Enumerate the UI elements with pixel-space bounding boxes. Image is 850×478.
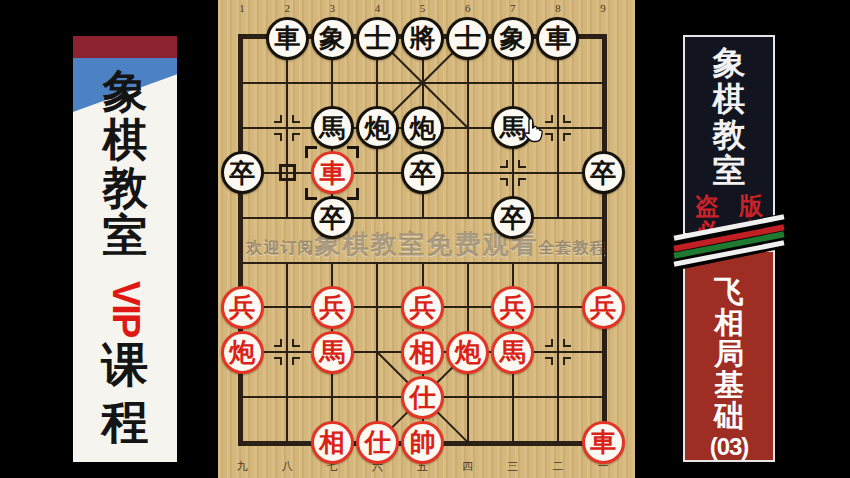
- point-marker: [292, 115, 300, 123]
- piece-black-卒[interactable]: 卒: [401, 151, 444, 194]
- piece-black-馬[interactable]: 馬: [311, 106, 354, 149]
- banner-char: 相: [685, 307, 773, 338]
- banner-char: 象: [685, 45, 773, 81]
- file-label-bottom: 四: [459, 459, 477, 474]
- file-label-top: 8: [549, 2, 567, 14]
- piece-red-仕[interactable]: 仕: [356, 421, 399, 464]
- grid-line: [557, 37, 559, 219]
- grid-line: [241, 37, 243, 443]
- point-marker: [563, 339, 571, 347]
- file-label-bottom: 二: [549, 459, 567, 474]
- banner-char: 棋: [685, 81, 773, 117]
- banner-char: 象: [73, 68, 177, 116]
- point-marker: [274, 339, 282, 347]
- point-marker: [563, 357, 571, 365]
- piece-red-馬[interactable]: 馬: [311, 331, 354, 374]
- piece-red-炮[interactable]: 炮: [446, 331, 489, 374]
- file-label-top: 6: [459, 2, 477, 14]
- banner-char: 飞: [685, 276, 773, 307]
- piece-red-兵[interactable]: 兵: [311, 286, 354, 329]
- file-label-top: 2: [278, 2, 296, 14]
- point-marker: [292, 357, 300, 365]
- grid-line: [467, 37, 469, 219]
- point-marker: [545, 133, 553, 141]
- piece-red-炮[interactable]: 炮: [221, 331, 264, 374]
- file-label-top: 4: [368, 2, 386, 14]
- piece-red-兵[interactable]: 兵: [401, 286, 444, 329]
- point-marker: [274, 133, 282, 141]
- banner-char: 盗: [685, 193, 729, 219]
- banner-char: 教: [73, 164, 177, 212]
- file-label-top: 9: [594, 2, 612, 14]
- point-marker: [563, 115, 571, 123]
- last-move-from-marker: [279, 164, 296, 181]
- piece-black-車[interactable]: 車: [266, 17, 309, 60]
- right-banner-top-panel: 象棋教室 盗版必究: [683, 35, 775, 235]
- point-marker: [500, 160, 508, 168]
- file-label-top: 7: [504, 2, 522, 14]
- grid-line: [286, 262, 288, 444]
- right-banner: 象棋教室 盗版必究 飞相局基础 (03): [683, 35, 775, 462]
- xiangqi-board[interactable]: 欢迎订阅象棋教室免费观看全套教程 123456789九八七六五四三二一車象士將士…: [218, 0, 635, 478]
- file-label-bottom: 三: [504, 459, 522, 474]
- piece-black-卒[interactable]: 卒: [221, 151, 264, 194]
- piece-red-兵[interactable]: 兵: [491, 286, 534, 329]
- piece-black-將[interactable]: 將: [401, 17, 444, 60]
- left-banner-suffix: 课程: [73, 336, 177, 450]
- piece-black-象[interactable]: 象: [311, 17, 354, 60]
- banner-char: 教: [685, 117, 773, 153]
- piece-red-相[interactable]: 相: [311, 421, 354, 464]
- left-banner-title: 象棋教室: [73, 68, 177, 260]
- banner-char: 程: [73, 393, 177, 450]
- piece-red-車[interactable]: 車: [311, 151, 354, 194]
- banner-red-bar: [73, 36, 177, 58]
- banner-char: 室: [73, 212, 177, 260]
- banner-char: 基: [685, 369, 773, 400]
- left-banner: 象棋教室 VIP 课程: [73, 36, 177, 462]
- file-label-top: 1: [233, 2, 251, 14]
- banner-char: 课: [73, 336, 177, 393]
- piece-red-兵[interactable]: 兵: [221, 286, 264, 329]
- piece-black-炮[interactable]: 炮: [356, 106, 399, 149]
- piece-black-士[interactable]: 士: [356, 17, 399, 60]
- watermark: 欢迎订阅象棋教室免费观看全套教程: [218, 227, 635, 262]
- file-label-top: 5: [414, 2, 432, 14]
- piece-black-士[interactable]: 士: [446, 17, 489, 60]
- point-marker: [545, 115, 553, 123]
- episode-number: (03): [685, 433, 773, 461]
- piece-red-車[interactable]: 車: [582, 421, 625, 464]
- piece-black-卒[interactable]: 卒: [311, 196, 354, 239]
- file-label-bottom: 八: [278, 459, 296, 474]
- grid-line: [557, 262, 559, 444]
- right-banner-subtitle: 飞相局基础: [685, 252, 773, 431]
- piece-red-馬[interactable]: 馬: [491, 331, 534, 374]
- right-banner-title: 象棋教室: [685, 37, 773, 189]
- banner-char: 局: [685, 338, 773, 369]
- point-marker: [545, 357, 553, 365]
- watermark-suffix: 全套教程: [539, 239, 607, 256]
- file-label-top: 3: [323, 2, 341, 14]
- point-marker: [292, 133, 300, 141]
- piece-black-象[interactable]: 象: [491, 17, 534, 60]
- file-label-bottom: 九: [233, 459, 251, 474]
- piece-red-兵[interactable]: 兵: [582, 286, 625, 329]
- piece-red-相[interactable]: 相: [401, 331, 444, 374]
- grid-line: [286, 37, 288, 219]
- banner-char: 础: [685, 400, 773, 431]
- point-marker: [518, 178, 526, 186]
- watermark-prefix: 欢迎订阅: [247, 239, 315, 256]
- point-marker: [545, 339, 553, 347]
- piece-red-仕[interactable]: 仕: [401, 376, 444, 419]
- point-marker: [274, 357, 282, 365]
- video-frame: 象棋教室 VIP 课程 欢迎订阅象棋教室免费观看全套教程 123456789九八…: [0, 0, 850, 478]
- piece-black-車[interactable]: 車: [536, 17, 579, 60]
- grid-line: [602, 37, 604, 443]
- right-banner-bottom-panel: 飞相局基础 (03): [683, 250, 775, 462]
- point-marker: [518, 160, 526, 168]
- point-marker: [500, 178, 508, 186]
- piece-black-卒[interactable]: 卒: [582, 151, 625, 194]
- banner-char: 室: [685, 153, 773, 189]
- banner-char: 版: [729, 193, 773, 219]
- point-marker: [292, 339, 300, 347]
- point-marker: [563, 133, 571, 141]
- point-marker: [274, 115, 282, 123]
- grid-line: [376, 262, 378, 444]
- piece-black-炮[interactable]: 炮: [401, 106, 444, 149]
- piece-red-帥[interactable]: 帥: [401, 421, 444, 464]
- banner-char: 棋: [73, 116, 177, 164]
